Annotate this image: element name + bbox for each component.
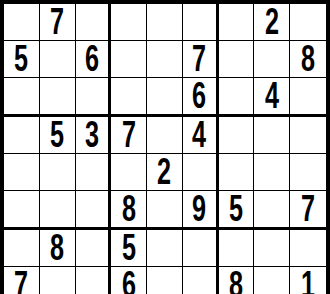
cell-r8c1[interactable]: 7 xyxy=(4,267,40,294)
cell-r3c2[interactable] xyxy=(40,78,76,117)
cell-r6c3[interactable] xyxy=(76,191,112,230)
given-digit: 6 xyxy=(122,267,136,294)
cell-r8c9[interactable]: 1 xyxy=(290,267,326,294)
cell-r7c8[interactable] xyxy=(254,230,290,267)
cell-r2c3[interactable]: 6 xyxy=(76,41,112,78)
cell-r6c6[interactable]: 9 xyxy=(183,191,219,230)
cell-r6c1[interactable] xyxy=(4,191,40,230)
cell-r2c5[interactable] xyxy=(147,41,183,78)
given-digit: 6 xyxy=(85,41,99,77)
cell-r1c9[interactable] xyxy=(290,4,326,41)
given-digit: 9 xyxy=(192,191,206,227)
given-digit: 7 xyxy=(14,267,28,294)
cell-r4c9[interactable] xyxy=(290,117,326,154)
cell-r4c4[interactable]: 7 xyxy=(111,117,147,154)
cell-r8c5[interactable] xyxy=(147,267,183,294)
cell-r6c5[interactable] xyxy=(147,191,183,230)
given-digit: 7 xyxy=(50,4,64,40)
cell-r5c2[interactable] xyxy=(40,154,76,191)
cell-r4c8[interactable] xyxy=(254,117,290,154)
cell-r4c3[interactable]: 3 xyxy=(76,117,112,154)
cell-r4c6[interactable]: 4 xyxy=(183,117,219,154)
cell-r5c8[interactable] xyxy=(254,154,290,191)
cell-r7c1[interactable] xyxy=(4,230,40,267)
cell-r7c3[interactable] xyxy=(76,230,112,267)
cell-r1c1[interactable] xyxy=(4,4,40,41)
cell-r7c6[interactable] xyxy=(183,230,219,267)
cell-r3c7[interactable] xyxy=(219,78,255,117)
cell-r5c3[interactable] xyxy=(76,154,112,191)
cell-r6c9[interactable]: 7 xyxy=(290,191,326,230)
cell-r6c4[interactable]: 8 xyxy=(111,191,147,230)
cell-r5c9[interactable] xyxy=(290,154,326,191)
cell-r8c8[interactable] xyxy=(254,267,290,294)
cell-r6c2[interactable] xyxy=(40,191,76,230)
cell-r8c3[interactable] xyxy=(76,267,112,294)
cell-r7c4[interactable]: 5 xyxy=(111,230,147,267)
cell-r1c8[interactable]: 2 xyxy=(254,4,290,41)
cell-r5c6[interactable] xyxy=(183,154,219,191)
given-digit: 7 xyxy=(122,117,136,153)
cell-r2c7[interactable] xyxy=(219,41,255,78)
given-digit: 8 xyxy=(301,41,315,77)
given-digit: 4 xyxy=(265,78,279,114)
cell-r3c3[interactable] xyxy=(76,78,112,117)
cell-r1c6[interactable] xyxy=(183,4,219,41)
cell-r8c6[interactable] xyxy=(183,267,219,294)
cell-r7c5[interactable] xyxy=(147,230,183,267)
cell-r4c1[interactable] xyxy=(4,117,40,154)
cell-r5c4[interactable] xyxy=(111,154,147,191)
given-digit: 2 xyxy=(157,154,171,190)
cell-r2c6[interactable]: 7 xyxy=(183,41,219,78)
cell-r5c7[interactable] xyxy=(219,154,255,191)
cell-r5c1[interactable] xyxy=(4,154,40,191)
sudoku-board: 7256786453742895785768149 xyxy=(0,0,330,294)
cell-r2c2[interactable] xyxy=(40,41,76,78)
cell-r3c5[interactable] xyxy=(147,78,183,117)
cell-r3c1[interactable] xyxy=(4,78,40,117)
given-digit: 5 xyxy=(229,191,243,227)
cell-r3c4[interactable] xyxy=(111,78,147,117)
cell-r7c9[interactable] xyxy=(290,230,326,267)
cell-r7c7[interactable] xyxy=(219,230,255,267)
given-digit: 5 xyxy=(122,230,136,266)
cell-r4c5[interactable] xyxy=(147,117,183,154)
cell-r5c5[interactable]: 2 xyxy=(147,154,183,191)
cell-r4c7[interactable] xyxy=(219,117,255,154)
cell-r6c8[interactable] xyxy=(254,191,290,230)
cell-r1c3[interactable] xyxy=(76,4,112,41)
cell-r2c8[interactable] xyxy=(254,41,290,78)
given-digit: 8 xyxy=(229,267,243,294)
cell-r8c4[interactable]: 6 xyxy=(111,267,147,294)
given-digit: 5 xyxy=(14,41,28,77)
cell-r2c4[interactable] xyxy=(111,41,147,78)
cell-r1c2[interactable]: 7 xyxy=(40,4,76,41)
cell-r6c7[interactable]: 5 xyxy=(219,191,255,230)
given-digit: 3 xyxy=(85,117,99,153)
cell-r2c9[interactable]: 8 xyxy=(290,41,326,78)
cell-r8c2[interactable] xyxy=(40,267,76,294)
cell-r7c2[interactable]: 8 xyxy=(40,230,76,267)
given-digit: 8 xyxy=(50,230,64,266)
cell-r1c7[interactable] xyxy=(219,4,255,41)
cell-r3c9[interactable] xyxy=(290,78,326,117)
cell-r1c4[interactable] xyxy=(111,4,147,41)
given-digit: 4 xyxy=(192,117,206,153)
given-digit: 1 xyxy=(301,267,315,294)
given-digit: 6 xyxy=(192,78,206,114)
given-digit: 7 xyxy=(192,41,206,77)
cell-r1c5[interactable] xyxy=(147,4,183,41)
given-digit: 7 xyxy=(301,191,315,227)
cell-r4c2[interactable]: 5 xyxy=(40,117,76,154)
given-digit: 5 xyxy=(50,117,64,153)
given-digit: 8 xyxy=(122,191,136,227)
cell-r2c1[interactable]: 5 xyxy=(4,41,40,78)
cell-r3c8[interactable]: 4 xyxy=(254,78,290,117)
cell-r3c6[interactable]: 6 xyxy=(183,78,219,117)
cell-r8c7[interactable]: 8 xyxy=(219,267,255,294)
given-digit: 2 xyxy=(265,4,279,40)
